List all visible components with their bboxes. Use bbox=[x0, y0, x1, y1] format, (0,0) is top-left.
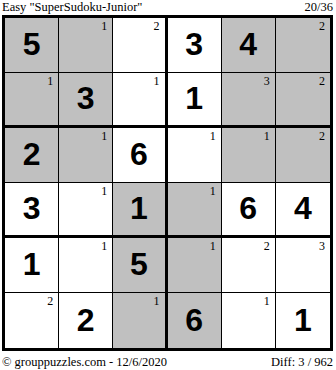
given-digit: 4 bbox=[239, 28, 257, 60]
pencil-mark: 3 bbox=[264, 74, 270, 88]
given-digit: 6 bbox=[130, 138, 148, 170]
pencil-mark: 2 bbox=[264, 239, 270, 253]
pencil-mark: 1 bbox=[154, 294, 160, 308]
cell-r3c3[interactable]: 6 bbox=[113, 128, 167, 183]
given-digit: 1 bbox=[185, 82, 203, 114]
cell-r2c3[interactable]: 1 bbox=[113, 73, 167, 128]
pencil-mark: 1 bbox=[210, 184, 216, 198]
cell-r4c1[interactable]: 3 bbox=[5, 183, 59, 238]
pencil-mark: 1 bbox=[264, 129, 270, 143]
pencil-mark: 1 bbox=[101, 129, 107, 143]
sudoku-grid: 512342131132216112311164115123221611 bbox=[2, 15, 333, 351]
cell-r1c2[interactable]: 1 bbox=[59, 18, 113, 73]
cell-r1c1[interactable]: 5 bbox=[5, 18, 59, 73]
pencil-mark: 1 bbox=[101, 184, 107, 198]
copyright-date: © grouppuzzles.com - 12/6/2020 bbox=[2, 355, 167, 370]
pencil-mark: 2 bbox=[47, 294, 53, 308]
cell-r5c6[interactable]: 3 bbox=[276, 238, 330, 293]
pencil-mark: 2 bbox=[319, 74, 325, 88]
pencil-mark: 1 bbox=[264, 294, 270, 308]
cell-r2c2[interactable]: 3 bbox=[59, 73, 113, 128]
given-digit: 5 bbox=[130, 248, 148, 280]
cell-counter: 20/36 bbox=[305, 0, 333, 14]
pencil-mark: 1 bbox=[101, 19, 107, 33]
puzzle-title: Easy "SuperSudoku-Junior" bbox=[2, 0, 142, 14]
pencil-mark: 3 bbox=[319, 239, 325, 253]
pencil-mark: 1 bbox=[154, 74, 160, 88]
cell-r4c5[interactable]: 6 bbox=[222, 183, 276, 238]
cell-r1c4[interactable]: 3 bbox=[168, 18, 222, 73]
cell-r5c5[interactable]: 2 bbox=[222, 238, 276, 293]
pencil-mark: 1 bbox=[210, 239, 216, 253]
cell-r2c4[interactable]: 1 bbox=[168, 73, 222, 128]
cell-r6c2[interactable]: 2 bbox=[59, 293, 113, 348]
cell-r4c2[interactable]: 1 bbox=[59, 183, 113, 238]
given-digit: 1 bbox=[294, 304, 312, 336]
difficulty: Diff: 3 / 962 bbox=[271, 355, 333, 370]
given-digit: 6 bbox=[185, 304, 203, 336]
given-digit: 4 bbox=[294, 192, 312, 224]
cell-r3c2[interactable]: 1 bbox=[59, 128, 113, 183]
pencil-mark: 2 bbox=[319, 19, 325, 33]
cell-r3c1[interactable]: 2 bbox=[5, 128, 59, 183]
cell-r5c2[interactable]: 1 bbox=[59, 238, 113, 293]
pencil-mark: 2 bbox=[154, 19, 160, 33]
cell-r3c4[interactable]: 1 bbox=[168, 128, 222, 183]
cell-r1c6[interactable]: 2 bbox=[276, 18, 330, 73]
cell-r6c5[interactable]: 1 bbox=[222, 293, 276, 348]
pencil-mark: 1 bbox=[47, 74, 53, 88]
header: Easy "SuperSudoku-Junior" 20/36 bbox=[2, 0, 333, 14]
given-digit: 3 bbox=[23, 192, 41, 224]
cell-r2c6[interactable]: 2 bbox=[276, 73, 330, 128]
cell-r6c1[interactable]: 2 bbox=[5, 293, 59, 348]
given-digit: 5 bbox=[23, 28, 41, 60]
footer: © grouppuzzles.com - 12/6/2020 Diff: 3 /… bbox=[2, 353, 333, 370]
cell-r6c3[interactable]: 1 bbox=[113, 293, 167, 348]
given-digit: 3 bbox=[185, 28, 203, 60]
cell-r5c4[interactable]: 1 bbox=[168, 238, 222, 293]
cell-r4c3[interactable]: 1 bbox=[113, 183, 167, 238]
pencil-mark: 1 bbox=[101, 239, 107, 253]
given-digit: 1 bbox=[23, 248, 41, 280]
pencil-mark: 2 bbox=[319, 129, 325, 143]
cell-r5c1[interactable]: 1 bbox=[5, 238, 59, 293]
given-digit: 3 bbox=[77, 82, 95, 114]
cell-r1c3[interactable]: 2 bbox=[113, 18, 167, 73]
given-digit: 2 bbox=[23, 138, 41, 170]
cell-r4c6[interactable]: 4 bbox=[276, 183, 330, 238]
given-digit: 1 bbox=[130, 192, 148, 224]
given-digit: 6 bbox=[239, 192, 257, 224]
cell-r1c5[interactable]: 4 bbox=[222, 18, 276, 73]
cell-r3c5[interactable]: 1 bbox=[222, 128, 276, 183]
cell-r3c6[interactable]: 2 bbox=[276, 128, 330, 183]
cell-r6c6[interactable]: 1 bbox=[276, 293, 330, 348]
given-digit: 2 bbox=[77, 304, 95, 336]
cell-r2c1[interactable]: 1 bbox=[5, 73, 59, 128]
cell-r5c3[interactable]: 5 bbox=[113, 238, 167, 293]
cell-r4c4[interactable]: 1 bbox=[168, 183, 222, 238]
cell-r6c4[interactable]: 6 bbox=[168, 293, 222, 348]
pencil-mark: 1 bbox=[210, 129, 216, 143]
cell-r2c5[interactable]: 3 bbox=[222, 73, 276, 128]
